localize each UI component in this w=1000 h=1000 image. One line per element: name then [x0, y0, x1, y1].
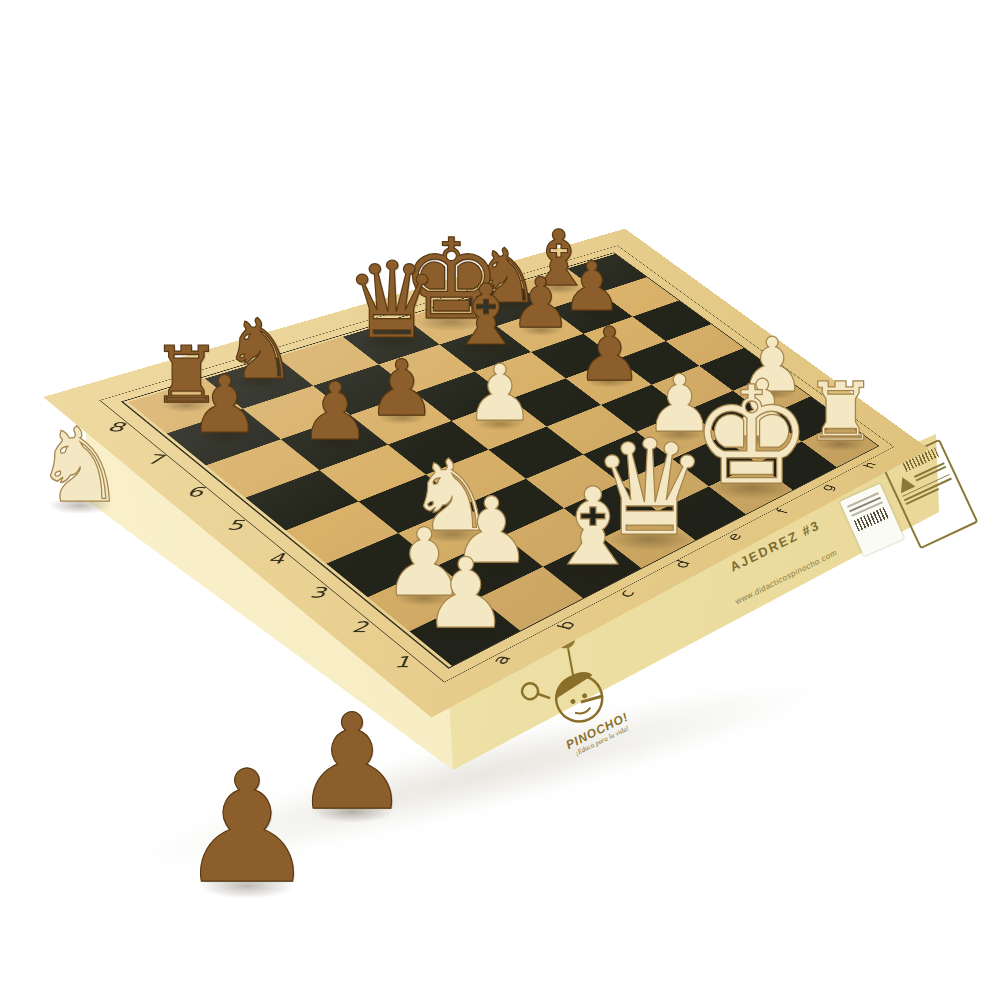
- chess-board: 87654321abcdefgh: [43, 229, 929, 718]
- piece-shadow: [199, 873, 295, 899]
- product-photo-stage: Didácticos Pinocho S.A. AJEDREZ #3 www.d…: [0, 0, 1000, 1000]
- board-frame-b: [99, 245, 894, 682]
